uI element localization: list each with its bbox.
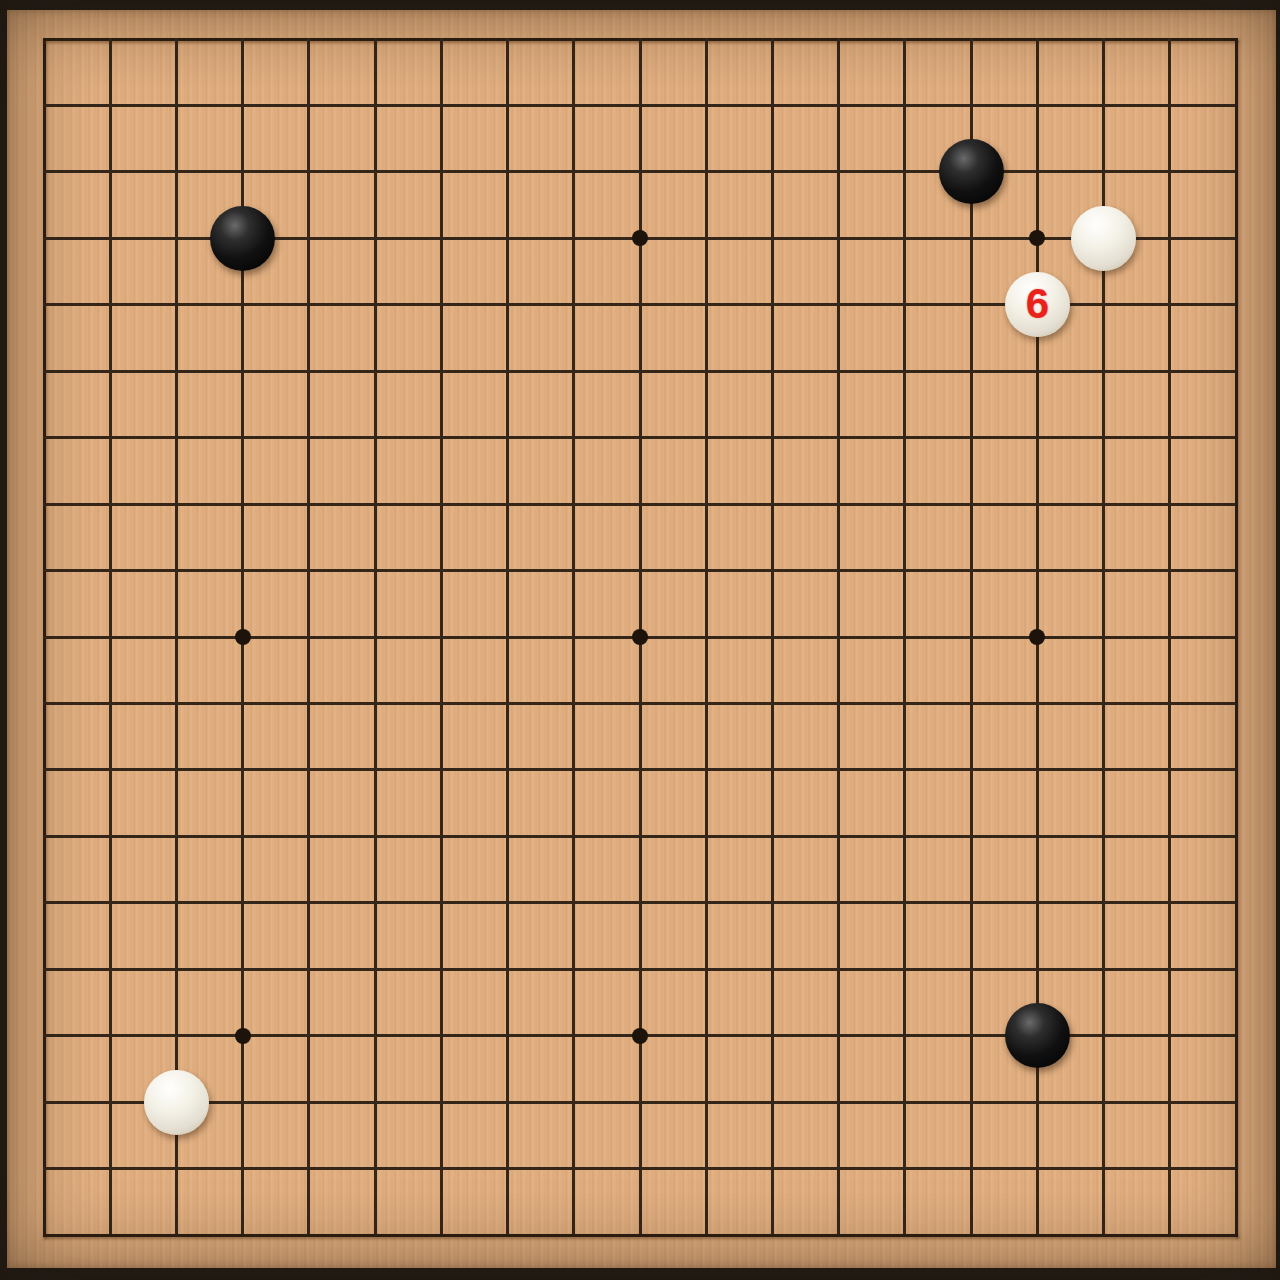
black-stone-p17 [939, 139, 1004, 204]
black-stone-d16 [210, 206, 275, 271]
star-point [632, 1028, 648, 1044]
go-app-screenshot: 6 [0, 0, 1280, 1280]
star-point [235, 1028, 251, 1044]
grid-line-vertical [705, 38, 708, 1237]
grid-line-horizontal [43, 1101, 1238, 1104]
white-stone-q15: 6 [1005, 272, 1070, 337]
star-point [632, 629, 648, 645]
grid-line-vertical [970, 38, 973, 1237]
star-point [632, 230, 648, 246]
grid-line-horizontal [43, 901, 1238, 904]
white-stone-c3 [144, 1070, 209, 1135]
move-number-label: 6 [1026, 283, 1049, 325]
star-point [235, 629, 251, 645]
grid-line-vertical [771, 38, 774, 1237]
grid-line-horizontal [43, 702, 1238, 705]
star-point [1029, 629, 1045, 645]
grid-line-vertical [837, 38, 840, 1237]
grid-line-horizontal [43, 835, 1238, 838]
star-point [1029, 230, 1045, 246]
grid-line-vertical [1168, 38, 1171, 1237]
grid-line-horizontal [43, 768, 1238, 771]
grid-line-horizontal [43, 1167, 1238, 1170]
grid-line-vertical [903, 38, 906, 1237]
black-stone-q4 [1005, 1003, 1070, 1068]
grid-line-horizontal [43, 968, 1238, 971]
white-stone-r16 [1071, 206, 1136, 271]
grid-line-vertical [1235, 38, 1238, 1237]
go-board[interactable]: 6 [7, 10, 1276, 1268]
grid-line-horizontal [43, 1234, 1238, 1237]
